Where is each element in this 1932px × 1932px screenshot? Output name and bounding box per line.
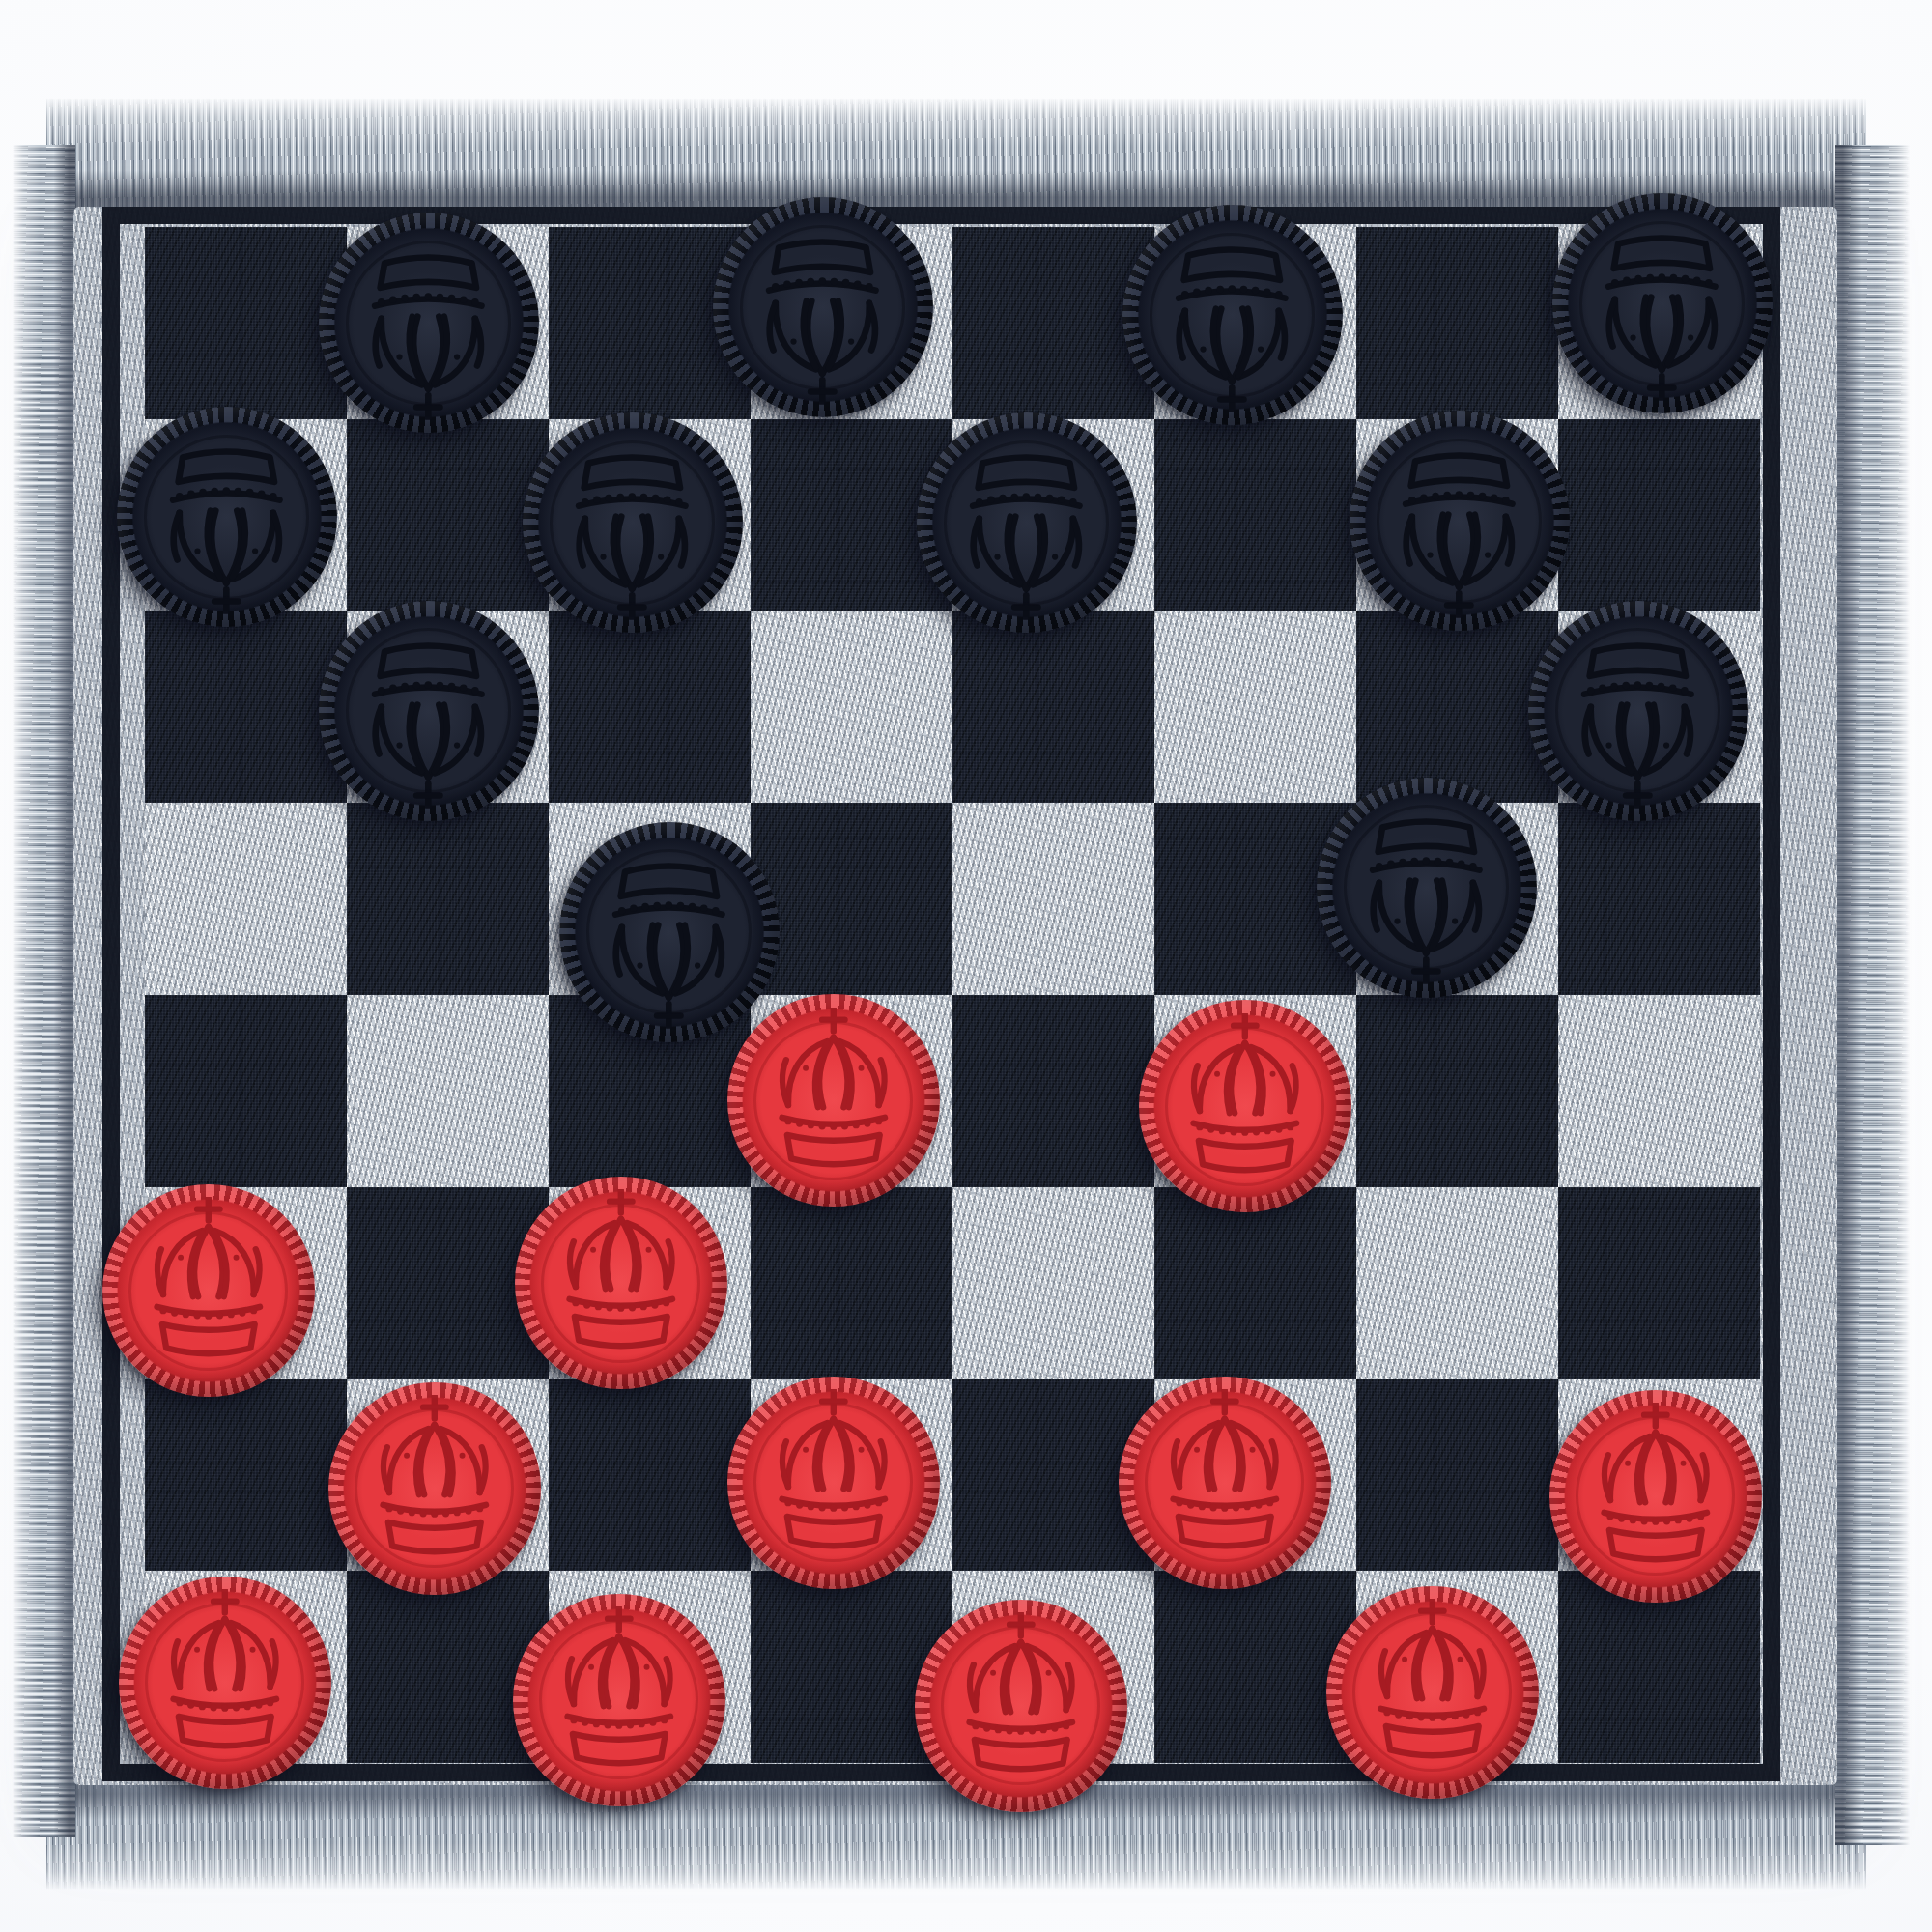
- black-checker[interactable]: [1317, 778, 1537, 998]
- black-checker[interactable]: [117, 407, 337, 627]
- crown-icon: [725, 211, 920, 405]
- crown-icon: [341, 1395, 528, 1582]
- crown-icon: [1329, 790, 1523, 984]
- crown-icon: [927, 1612, 1115, 1800]
- crown-icon: [1339, 1599, 1526, 1786]
- crown-icon: [526, 1606, 713, 1794]
- red-checker[interactable]: [328, 1382, 541, 1595]
- black-checker[interactable]: [917, 412, 1137, 633]
- crown-icon: [331, 614, 526, 809]
- crown-icon: [1131, 1389, 1319, 1577]
- pieces-layer: [145, 227, 1760, 1763]
- crown-icon: [929, 426, 1123, 620]
- red-checker[interactable]: [515, 1177, 727, 1389]
- rug-fringe-top: [46, 97, 1866, 209]
- red-checker[interactable]: [727, 1377, 940, 1589]
- crown-icon: [535, 426, 729, 620]
- crown-icon: [740, 1389, 927, 1577]
- black-checker[interactable]: [713, 197, 933, 417]
- rug-fringe-right: [1835, 145, 1911, 1845]
- red-checker[interactable]: [1326, 1586, 1539, 1799]
- red-checker[interactable]: [915, 1600, 1127, 1812]
- black-checker[interactable]: [319, 601, 539, 821]
- crown-icon: [129, 420, 324, 614]
- crown-icon: [1541, 614, 1735, 809]
- black-checker[interactable]: [1552, 193, 1773, 413]
- black-checker[interactable]: [1122, 205, 1343, 425]
- red-checker[interactable]: [1139, 1000, 1351, 1212]
- red-checker[interactable]: [119, 1577, 331, 1789]
- crown-icon: [131, 1589, 319, 1776]
- crown-icon: [1562, 1403, 1749, 1590]
- crown-icon: [740, 1008, 927, 1195]
- crown-icon: [1135, 218, 1329, 412]
- rug-fringe-left: [12, 145, 75, 1837]
- black-checker[interactable]: [319, 213, 539, 433]
- crown-icon: [1362, 424, 1556, 618]
- crown-icon: [1151, 1013, 1339, 1201]
- crown-icon: [527, 1189, 715, 1377]
- red-checker[interactable]: [1549, 1390, 1762, 1603]
- red-checker[interactable]: [727, 994, 940, 1207]
- crown-icon: [115, 1197, 302, 1384]
- black-checker[interactable]: [523, 412, 743, 633]
- rug-fringe-bottom: [46, 1783, 1866, 1891]
- crown-icon: [572, 835, 766, 1029]
- checkers-rug-scene: [0, 0, 1932, 1932]
- crown-icon: [331, 226, 526, 420]
- red-checker[interactable]: [513, 1594, 725, 1806]
- red-checker[interactable]: [102, 1184, 315, 1397]
- black-checker[interactable]: [1350, 411, 1570, 631]
- red-checker[interactable]: [1119, 1377, 1331, 1589]
- crown-icon: [1565, 207, 1759, 401]
- black-checker[interactable]: [1528, 601, 1748, 821]
